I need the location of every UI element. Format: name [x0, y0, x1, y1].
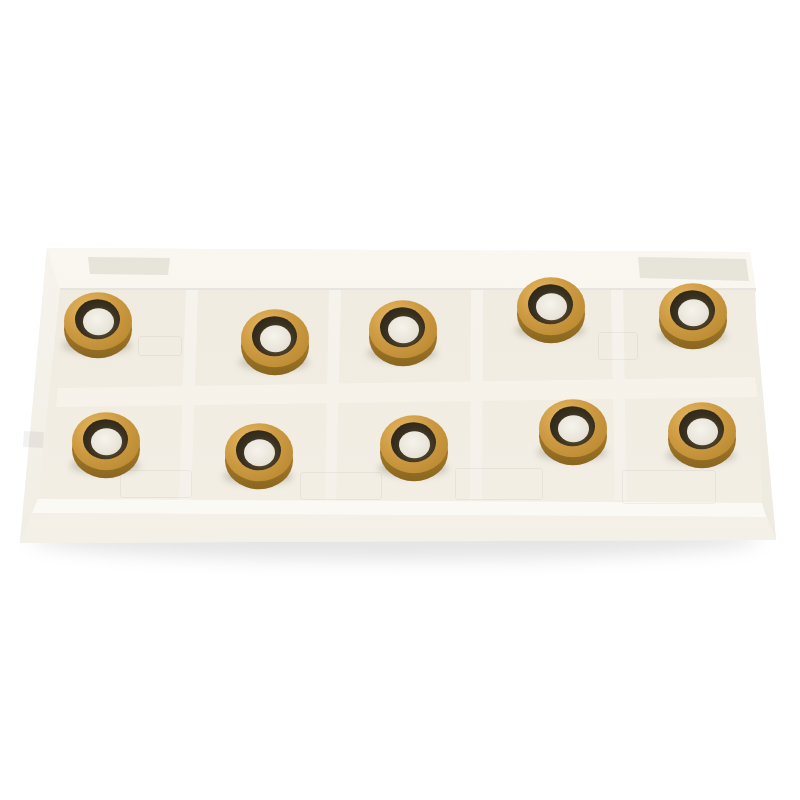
- insert-center-hole: [91, 428, 122, 455]
- insert-r2-c3: [374, 409, 454, 493]
- insert-r2-c1: [66, 406, 146, 490]
- insert-center-hole: [260, 325, 291, 352]
- product-photo: [0, 0, 800, 800]
- insert-r1-c4: [511, 271, 591, 355]
- insert-r1-c1: [58, 286, 138, 370]
- insert-center-hole: [399, 431, 430, 458]
- insert-r1-c3: [363, 294, 443, 378]
- insert-center-hole: [83, 308, 114, 335]
- insert-center-hole: [678, 299, 709, 326]
- insert-r1-c5: [653, 277, 733, 361]
- insert-r2-c2: [219, 417, 299, 501]
- insert-center-hole: [388, 316, 419, 343]
- inserts-layer: [0, 0, 800, 800]
- insert-r2-c4: [533, 393, 613, 477]
- insert-center-hole: [687, 418, 718, 445]
- insert-center-hole: [244, 439, 275, 466]
- insert-r2-c5: [662, 396, 742, 480]
- insert-center-hole: [536, 293, 567, 320]
- insert-center-hole: [558, 415, 589, 442]
- insert-r1-c2: [235, 303, 315, 387]
